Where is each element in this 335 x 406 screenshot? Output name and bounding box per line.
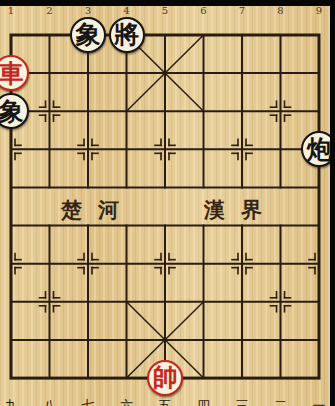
xiangqi-board-screen: 123456789 楚河 漢界 象將車象炮帥 九八七六五四三二一 bbox=[0, 0, 335, 406]
file-label-bottom-2: 八 bbox=[30, 397, 69, 406]
top-file-labels: 123456789 bbox=[0, 5, 335, 16]
file-label-bottom-3: 七 bbox=[69, 397, 108, 406]
file-label-top-2: 2 bbox=[30, 5, 69, 16]
file-label-bottom-8: 二 bbox=[261, 397, 300, 406]
file-label-top-7: 7 bbox=[223, 5, 262, 16]
top-frame-bar bbox=[0, 0, 335, 6]
file-label-top-6: 6 bbox=[184, 5, 223, 16]
piece-red-general[interactable]: 帥 bbox=[147, 360, 183, 396]
bottom-file-labels: 九八七六五四三二一 bbox=[0, 397, 335, 406]
file-label-bottom-6: 四 bbox=[184, 397, 223, 406]
piece-black-general[interactable]: 將 bbox=[109, 17, 145, 53]
file-label-top-4: 4 bbox=[107, 5, 146, 16]
file-label-top-8: 8 bbox=[261, 5, 300, 16]
file-label-bottom-5: 五 bbox=[146, 397, 185, 406]
piece-red-chariot[interactable]: 車 bbox=[0, 55, 29, 91]
file-label-top-1: 1 bbox=[0, 5, 30, 16]
file-label-top-5: 5 bbox=[146, 5, 185, 16]
right-frame-bar bbox=[330, 0, 335, 406]
file-label-bottom-7: 三 bbox=[223, 397, 262, 406]
file-label-bottom-4: 六 bbox=[107, 397, 146, 406]
piece-black-elephant[interactable]: 象 bbox=[0, 93, 29, 129]
file-label-bottom-1: 九 bbox=[0, 397, 30, 406]
board[interactable]: 象將車象炮帥 bbox=[0, 16, 335, 397]
file-label-top-3: 3 bbox=[69, 5, 108, 16]
piece-black-elephant[interactable]: 象 bbox=[70, 17, 106, 53]
